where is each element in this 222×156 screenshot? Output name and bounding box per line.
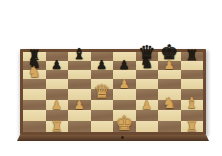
square-h1: ♜ xyxy=(181,121,204,132)
square-d8 xyxy=(91,52,114,61)
square-c7 xyxy=(68,61,91,70)
square-h5 xyxy=(181,79,204,89)
square-b8 xyxy=(46,52,69,61)
board-front-edge xyxy=(17,135,209,141)
square-g1 xyxy=(158,121,181,132)
square-b3: ♟ xyxy=(46,100,69,111)
square-d3 xyxy=(91,100,114,111)
square-h2 xyxy=(181,110,204,121)
square-f6 xyxy=(136,70,159,80)
square-h6 xyxy=(181,70,204,80)
square-g3: ♞ xyxy=(158,100,181,111)
square-a7: ♞ xyxy=(23,61,46,70)
square-g8: ♚ xyxy=(158,52,181,61)
square-c5 xyxy=(68,79,91,89)
square-f2 xyxy=(136,110,159,121)
piece-black-king-g8: ♚ xyxy=(160,42,178,62)
square-g5 xyxy=(158,79,181,89)
square-c2 xyxy=(68,110,91,121)
square-a3 xyxy=(23,100,46,111)
square-a4 xyxy=(23,89,46,100)
board-hinge-dot xyxy=(121,136,124,139)
chess-set-photo: ♜♝♛♚♜♞♟♟♟♞♟♞♟♛♟♟♟♞♝♜♚♜ xyxy=(0,0,222,156)
square-d5 xyxy=(91,79,114,89)
square-e8 xyxy=(113,52,136,61)
piece-white-rook-b1: ♜ xyxy=(50,119,63,133)
square-a6: ♞ xyxy=(23,70,46,80)
square-d2 xyxy=(91,110,114,121)
square-c3: ♟ xyxy=(68,100,91,111)
square-e6 xyxy=(113,70,136,80)
piece-black-queen-f8: ♛ xyxy=(138,43,155,62)
square-d4: ♛ xyxy=(91,89,114,100)
square-f3: ♟ xyxy=(136,100,159,111)
square-b2 xyxy=(46,110,69,121)
square-a2 xyxy=(23,110,46,121)
square-c1 xyxy=(68,121,91,132)
chess-board: ♜♝♛♚♜♞♟♟♟♞♟♞♟♛♟♟♟♞♝♜♚♜ xyxy=(23,52,203,132)
piece-black-rook-a8: ♜ xyxy=(28,48,41,62)
square-b5 xyxy=(46,79,69,89)
square-e4 xyxy=(113,89,136,100)
board-rim: ♜♝♛♚♜♞♟♟♟♞♟♞♟♛♟♟♟♞♝♜♚♜ xyxy=(20,49,206,135)
square-d7: ♟ xyxy=(91,61,114,70)
square-e1: ♚ xyxy=(113,121,136,132)
square-a8: ♜ xyxy=(23,52,46,61)
square-b7: ♟ xyxy=(46,61,69,70)
square-b1: ♜ xyxy=(46,121,69,132)
square-h4 xyxy=(181,89,204,100)
square-f7: ♞ xyxy=(136,61,159,70)
square-f4 xyxy=(136,89,159,100)
square-f5 xyxy=(136,79,159,89)
square-b6 xyxy=(46,70,69,80)
square-e3 xyxy=(113,100,136,111)
square-e7: ♟ xyxy=(113,61,136,70)
square-f1 xyxy=(136,121,159,132)
square-g6 xyxy=(158,70,181,80)
square-e2 xyxy=(113,110,136,121)
square-c8: ♝ xyxy=(68,52,91,61)
square-c6 xyxy=(68,70,91,80)
square-h8: ♜ xyxy=(181,52,204,61)
square-a1 xyxy=(23,121,46,132)
piece-black-rook-h8: ♜ xyxy=(185,48,198,62)
piece-white-rook-h1: ♜ xyxy=(185,119,198,133)
square-h3: ♝ xyxy=(181,100,204,111)
square-d6 xyxy=(91,70,114,80)
square-g2 xyxy=(158,110,181,121)
square-c4 xyxy=(68,89,91,100)
square-d1 xyxy=(91,121,114,132)
square-g7: ♟ xyxy=(158,61,181,70)
square-g4 xyxy=(158,89,181,100)
square-e5: ♟ xyxy=(113,79,136,89)
square-f8: ♛ xyxy=(136,52,159,61)
piece-black-bishop-c8: ♝ xyxy=(73,47,86,62)
square-b4 xyxy=(46,89,69,100)
square-a5 xyxy=(23,79,46,89)
square-h7 xyxy=(181,61,204,70)
